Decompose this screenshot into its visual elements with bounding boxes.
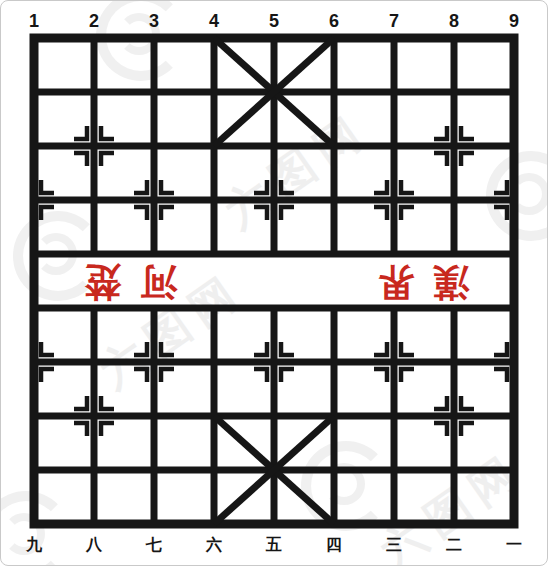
intersection-f9-r5[interactable] bbox=[484, 227, 544, 281]
intersection-f1-r3[interactable] bbox=[4, 119, 64, 173]
intersection-f8-r9[interactable] bbox=[424, 443, 484, 497]
intersection-f3-r4[interactable] bbox=[124, 173, 184, 227]
intersection-f4-r9[interactable] bbox=[184, 443, 244, 497]
intersection-f3-r5[interactable] bbox=[124, 227, 184, 281]
intersection-f1-r7[interactable] bbox=[4, 335, 64, 389]
intersection-f8-r10[interactable] bbox=[424, 497, 484, 551]
intersection-f5-r8[interactable] bbox=[244, 389, 304, 443]
intersection-f4-r2[interactable] bbox=[184, 65, 244, 119]
intersection-f2-r10[interactable] bbox=[64, 497, 124, 551]
intersection-f1-r2[interactable] bbox=[4, 65, 64, 119]
intersection-f2-r6[interactable] bbox=[64, 281, 124, 335]
board-grid bbox=[4, 11, 544, 551]
intersection-f9-r3[interactable] bbox=[484, 119, 544, 173]
intersection-f2-r7[interactable] bbox=[64, 335, 124, 389]
intersection-f2-r4[interactable] bbox=[64, 173, 124, 227]
intersection-f1-r6[interactable] bbox=[4, 281, 64, 335]
intersection-f8-r3[interactable] bbox=[424, 119, 484, 173]
intersection-f4-r3[interactable] bbox=[184, 119, 244, 173]
intersection-f3-r1[interactable] bbox=[124, 11, 184, 65]
intersection-f3-r7[interactable] bbox=[124, 335, 184, 389]
intersection-f4-r10[interactable] bbox=[184, 497, 244, 551]
intersection-f5-r3[interactable] bbox=[244, 119, 304, 173]
intersection-f5-r5[interactable] bbox=[244, 227, 304, 281]
intersection-f8-r4[interactable] bbox=[424, 173, 484, 227]
intersection-f4-r5[interactable] bbox=[184, 227, 244, 281]
intersection-f1-r8[interactable] bbox=[4, 389, 64, 443]
intersection-f1-r4[interactable] bbox=[4, 173, 64, 227]
intersection-f8-r6[interactable] bbox=[424, 281, 484, 335]
intersection-f6-r8[interactable] bbox=[304, 389, 364, 443]
intersection-f7-r3[interactable] bbox=[364, 119, 424, 173]
intersection-f3-r2[interactable] bbox=[124, 65, 184, 119]
intersection-f2-r2[interactable] bbox=[64, 65, 124, 119]
intersection-f7-r7[interactable] bbox=[364, 335, 424, 389]
intersection-f1-r5[interactable] bbox=[4, 227, 64, 281]
intersection-f3-r3[interactable] bbox=[124, 119, 184, 173]
intersection-f7-r10[interactable] bbox=[364, 497, 424, 551]
intersection-f3-r8[interactable] bbox=[124, 389, 184, 443]
intersection-f5-r1[interactable] bbox=[244, 11, 304, 65]
intersection-f3-r6[interactable] bbox=[124, 281, 184, 335]
intersection-f6-r4[interactable] bbox=[304, 173, 364, 227]
intersection-f4-r4[interactable] bbox=[184, 173, 244, 227]
intersection-f4-r1[interactable] bbox=[184, 11, 244, 65]
intersection-f5-r9[interactable] bbox=[244, 443, 304, 497]
intersection-f3-r9[interactable] bbox=[124, 443, 184, 497]
intersection-f9-r2[interactable] bbox=[484, 65, 544, 119]
intersection-f8-r8[interactable] bbox=[424, 389, 484, 443]
intersection-f7-r2[interactable] bbox=[364, 65, 424, 119]
intersection-f5-r7[interactable] bbox=[244, 335, 304, 389]
intersection-f2-r8[interactable] bbox=[64, 389, 124, 443]
intersection-f5-r2[interactable] bbox=[244, 65, 304, 119]
intersection-f2-r9[interactable] bbox=[64, 443, 124, 497]
intersection-f9-r9[interactable] bbox=[484, 443, 544, 497]
intersection-f9-r4[interactable] bbox=[484, 173, 544, 227]
intersection-f7-r6[interactable] bbox=[364, 281, 424, 335]
intersection-f6-r9[interactable] bbox=[304, 443, 364, 497]
intersection-f6-r6[interactable] bbox=[304, 281, 364, 335]
intersection-f5-r6[interactable] bbox=[244, 281, 304, 335]
intersection-f7-r4[interactable] bbox=[364, 173, 424, 227]
intersection-f1-r1[interactable] bbox=[4, 11, 64, 65]
intersection-f1-r9[interactable] bbox=[4, 443, 64, 497]
intersection-f9-r10[interactable] bbox=[484, 497, 544, 551]
intersection-f6-r7[interactable] bbox=[304, 335, 364, 389]
intersection-f7-r5[interactable] bbox=[364, 227, 424, 281]
intersection-f5-r4[interactable] bbox=[244, 173, 304, 227]
intersection-f6-r3[interactable] bbox=[304, 119, 364, 173]
intersection-f7-r9[interactable] bbox=[364, 443, 424, 497]
intersection-f7-r8[interactable] bbox=[364, 389, 424, 443]
intersection-f5-r10[interactable] bbox=[244, 497, 304, 551]
intersection-f6-r2[interactable] bbox=[304, 65, 364, 119]
intersection-f9-r8[interactable] bbox=[484, 389, 544, 443]
intersection-f2-r3[interactable] bbox=[64, 119, 124, 173]
intersection-f7-r1[interactable] bbox=[364, 11, 424, 65]
intersection-f6-r1[interactable] bbox=[304, 11, 364, 65]
intersection-f8-r2[interactable] bbox=[424, 65, 484, 119]
intersection-f3-r10[interactable] bbox=[124, 497, 184, 551]
xiangqi-board-diagram: 六图网 六图网 六图网 123456789 九八七六五四三二一 楚河界漢 bbox=[0, 0, 548, 566]
intersection-f2-r5[interactable] bbox=[64, 227, 124, 281]
intersection-f4-r8[interactable] bbox=[184, 389, 244, 443]
intersection-f9-r6[interactable] bbox=[484, 281, 544, 335]
intersection-f6-r10[interactable] bbox=[304, 497, 364, 551]
intersection-f8-r7[interactable] bbox=[424, 335, 484, 389]
intersection-f9-r7[interactable] bbox=[484, 335, 544, 389]
intersection-f8-r5[interactable] bbox=[424, 227, 484, 281]
intersection-f4-r6[interactable] bbox=[184, 281, 244, 335]
intersection-f2-r1[interactable] bbox=[64, 11, 124, 65]
intersection-f1-r10[interactable] bbox=[4, 497, 64, 551]
intersection-f6-r5[interactable] bbox=[304, 227, 364, 281]
intersection-f8-r1[interactable] bbox=[424, 11, 484, 65]
intersection-f9-r1[interactable] bbox=[484, 11, 544, 65]
intersection-f4-r7[interactable] bbox=[184, 335, 244, 389]
